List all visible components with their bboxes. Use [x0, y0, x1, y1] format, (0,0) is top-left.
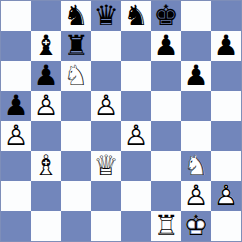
black-knight[interactable]: ♞: [121, 1, 151, 31]
black-pawn[interactable]: ♟: [211, 31, 241, 61]
square-h1[interactable]: [211, 211, 241, 241]
square-e4[interactable]: ♟♙: [121, 121, 151, 151]
square-e8[interactable]: ♞: [121, 1, 151, 31]
square-c3[interactable]: [61, 151, 91, 181]
square-c8[interactable]: ♞: [61, 1, 91, 31]
piece-solid-glyph: ♟: [31, 61, 61, 91]
square-a6[interactable]: [1, 61, 31, 91]
black-pawn[interactable]: ♟: [181, 61, 211, 91]
black-bishop[interactable]: ♝: [31, 31, 61, 61]
piece-solid-glyph: ♞: [121, 1, 151, 31]
piece-solid-glyph: ♝: [31, 31, 61, 61]
square-e1[interactable]: [121, 211, 151, 241]
piece-solid-glyph: ♟: [181, 61, 211, 91]
square-f1[interactable]: ♜♖: [151, 211, 181, 241]
white-pawn[interactable]: ♟♙: [211, 181, 241, 211]
square-g8[interactable]: [181, 1, 211, 31]
square-e7[interactable]: [121, 31, 151, 61]
black-rook[interactable]: ♜: [61, 31, 91, 61]
square-e3[interactable]: [121, 151, 151, 181]
square-d2[interactable]: [91, 181, 121, 211]
square-e2[interactable]: [121, 181, 151, 211]
square-b6[interactable]: ♟: [31, 61, 61, 91]
square-g1[interactable]: ♚♔: [181, 211, 211, 241]
square-b7[interactable]: ♝: [31, 31, 61, 61]
square-d7[interactable]: [91, 31, 121, 61]
square-g7[interactable]: [181, 31, 211, 61]
square-h7[interactable]: ♟: [211, 31, 241, 61]
white-pawn[interactable]: ♟♙: [181, 181, 211, 211]
square-h4[interactable]: [211, 121, 241, 151]
square-h2[interactable]: ♟♙: [211, 181, 241, 211]
square-h8[interactable]: [211, 1, 241, 31]
square-f5[interactable]: [151, 91, 181, 121]
piece-outline-glyph: ♘: [181, 151, 211, 181]
piece-solid-glyph: ♟: [211, 31, 241, 61]
square-b4[interactable]: [31, 121, 61, 151]
square-a1[interactable]: [1, 211, 31, 241]
piece-solid-glyph: ♞: [61, 1, 91, 31]
square-a3[interactable]: [1, 151, 31, 181]
square-c5[interactable]: [61, 91, 91, 121]
piece-outline-glyph: ♙: [31, 91, 61, 121]
white-pawn[interactable]: ♟♙: [31, 91, 61, 121]
square-e6[interactable]: [121, 61, 151, 91]
piece-outline-glyph: ♗: [31, 151, 61, 181]
square-f6[interactable]: [151, 61, 181, 91]
piece-solid-glyph: ♛: [91, 1, 121, 31]
white-rook[interactable]: ♜♖: [151, 211, 181, 241]
square-g5[interactable]: [181, 91, 211, 121]
square-f4[interactable]: [151, 121, 181, 151]
square-b2[interactable]: [31, 181, 61, 211]
square-c6[interactable]: ♞♘: [61, 61, 91, 91]
piece-solid-glyph: ♟: [1, 91, 31, 121]
white-bishop[interactable]: ♝♗: [31, 151, 61, 181]
piece-outline-glyph: ♙: [1, 121, 31, 151]
white-knight[interactable]: ♞♘: [61, 61, 91, 91]
square-a5[interactable]: ♟: [1, 91, 31, 121]
square-c1[interactable]: [61, 211, 91, 241]
square-g3[interactable]: ♞♘: [181, 151, 211, 181]
square-a4[interactable]: ♟♙: [1, 121, 31, 151]
white-king[interactable]: ♚♔: [181, 211, 211, 241]
square-b3[interactable]: ♝♗: [31, 151, 61, 181]
piece-outline-glyph: ♙: [91, 91, 121, 121]
white-pawn[interactable]: ♟♙: [1, 121, 31, 151]
square-f2[interactable]: [151, 181, 181, 211]
piece-solid-glyph: ♟: [151, 31, 181, 61]
black-king[interactable]: ♚: [151, 1, 181, 31]
piece-outline-glyph: ♙: [211, 181, 241, 211]
piece-outline-glyph: ♙: [181, 181, 211, 211]
white-queen[interactable]: ♛♕: [91, 151, 121, 181]
square-e5[interactable]: [121, 91, 151, 121]
square-c4[interactable]: [61, 121, 91, 151]
square-h3[interactable]: [211, 151, 241, 181]
square-c2[interactable]: [61, 181, 91, 211]
piece-outline-glyph: ♖: [151, 211, 181, 241]
black-pawn[interactable]: ♟: [1, 91, 31, 121]
square-f3[interactable]: [151, 151, 181, 181]
piece-solid-glyph: ♜: [61, 31, 91, 61]
piece-outline-glyph: ♕: [91, 151, 121, 181]
piece-outline-glyph: ♘: [61, 61, 91, 91]
square-b5[interactable]: ♟♙: [31, 91, 61, 121]
square-b1[interactable]: [31, 211, 61, 241]
square-f7[interactable]: ♟: [151, 31, 181, 61]
square-a7[interactable]: [1, 31, 31, 61]
black-pawn[interactable]: ♟: [151, 31, 181, 61]
chess-board: ♞♛♞♚♝♜♟♟♟♞♘♟♟♟♙♟♙♟♙♟♙♝♗♛♕♞♘♟♙♟♙♜♖♚♔: [0, 0, 242, 242]
square-h5[interactable]: [211, 91, 241, 121]
white-knight[interactable]: ♞♘: [181, 151, 211, 181]
square-g6[interactable]: ♟: [181, 61, 211, 91]
square-d8[interactable]: ♛: [91, 1, 121, 31]
piece-outline-glyph: ♙: [121, 121, 151, 151]
piece-solid-glyph: ♚: [151, 1, 181, 31]
square-d1[interactable]: [91, 211, 121, 241]
square-a8[interactable]: [1, 1, 31, 31]
black-pawn[interactable]: ♟: [31, 61, 61, 91]
black-knight[interactable]: ♞: [61, 1, 91, 31]
square-d5[interactable]: ♟♙: [91, 91, 121, 121]
square-d3[interactable]: ♛♕: [91, 151, 121, 181]
white-pawn[interactable]: ♟♙: [121, 121, 151, 151]
white-pawn[interactable]: ♟♙: [91, 91, 121, 121]
square-g4[interactable]: [181, 121, 211, 151]
square-c7[interactable]: ♜: [61, 31, 91, 61]
square-f8[interactable]: ♚: [151, 1, 181, 31]
square-d4[interactable]: [91, 121, 121, 151]
black-queen[interactable]: ♛: [91, 1, 121, 31]
piece-outline-glyph: ♔: [181, 211, 211, 241]
square-a2[interactable]: [1, 181, 31, 211]
square-h6[interactable]: [211, 61, 241, 91]
square-g2[interactable]: ♟♙: [181, 181, 211, 211]
square-b8[interactable]: [31, 1, 61, 31]
square-d6[interactable]: [91, 61, 121, 91]
